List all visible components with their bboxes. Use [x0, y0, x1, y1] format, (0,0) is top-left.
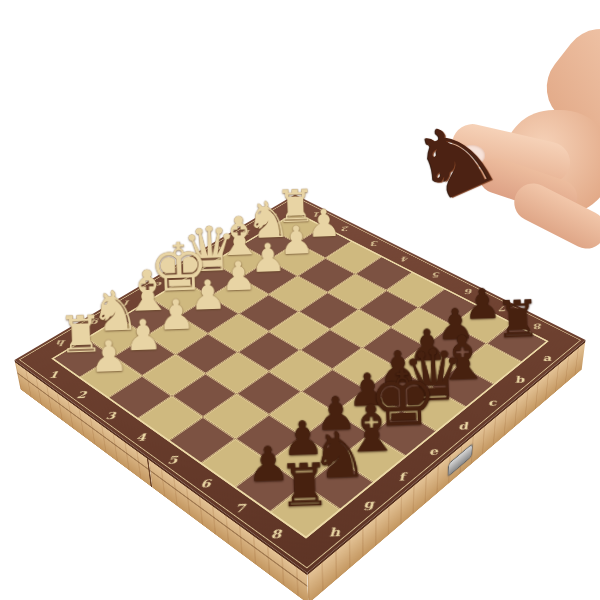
file-label-b-far: b — [225, 220, 269, 245]
rank-label-text: 5 — [168, 454, 179, 466]
square-c4 — [299, 292, 359, 329]
file-label-c-far: c — [196, 236, 241, 262]
file-label-d-far: d — [166, 253, 212, 280]
file-label-text: c — [215, 245, 222, 253]
square-d4 — [269, 312, 330, 350]
square-c5 — [330, 310, 391, 348]
piece-white-pawn-c2: ♟ — [234, 205, 302, 278]
file-label-a-far: a — [253, 204, 296, 228]
file-label-text: h — [56, 338, 66, 347]
rank-label-text: 1 — [313, 211, 321, 218]
chess-board: 12345678aabbccddeeffgghh12345678♜♝♛♚♝♞♜♟… — [15, 195, 586, 573]
square-d2 — [210, 278, 269, 314]
product-photo: 12345678aabbccddeeffgghh12345678♜♝♛♚♝♞♜♟… — [0, 0, 600, 600]
rank-label-text: 8 — [271, 527, 282, 541]
rank-label-text: 7 — [235, 502, 246, 515]
file-label-text: g — [90, 318, 100, 327]
rank-label-text: 3 — [371, 240, 379, 247]
rank-label-text: 4 — [401, 255, 410, 263]
piece-white-pawn-a2: ♟ — [291, 172, 356, 242]
square-b3 — [298, 258, 356, 292]
rank-label-text: 6 — [464, 287, 474, 295]
file-label-text: d — [185, 262, 193, 270]
rank-label-text: 3 — [106, 410, 117, 421]
file-label-text: h — [329, 525, 341, 539]
square-e2 — [179, 297, 239, 334]
rank-label-8-far: 8 — [513, 311, 564, 341]
file-label-text: e — [428, 445, 439, 457]
rank-label-6-far: 6 — [445, 277, 493, 305]
file-label-text: f — [124, 299, 130, 307]
file-label-g-far: g — [70, 308, 119, 338]
file-label-text: d — [458, 420, 470, 431]
square-b4 — [328, 274, 387, 310]
file-label-text: b — [243, 228, 251, 235]
file-label-text: e — [155, 280, 163, 288]
square-d5 — [300, 329, 362, 369]
square-e3 — [208, 314, 269, 352]
rank-label-1-far: 1 — [296, 203, 339, 227]
piece-black-pawn-c7: ♟ — [389, 287, 463, 367]
rank-label-5-far: 5 — [413, 261, 460, 288]
file-label-text: b — [514, 374, 526, 385]
box-side-left — [15, 360, 309, 600]
piece-white-pawn-d2: ♟ — [204, 222, 273, 296]
file-label-e-far: e — [135, 271, 182, 299]
rank-label-3-far: 3 — [352, 231, 397, 256]
square-b6 — [391, 307, 452, 345]
piece-black-rook-a8: ♜ — [481, 265, 554, 344]
file-label-text: g — [364, 497, 376, 510]
piece-black-pawn-b7: ♟ — [418, 267, 491, 346]
frame-corner — [280, 195, 312, 212]
rank-label-2-far: 2 — [323, 217, 367, 241]
rank-label-text: 6 — [201, 477, 212, 490]
square-d3 — [239, 294, 299, 331]
scene-3d: 12345678aabbccddeeffgghh12345678♜♝♛♚♝♞♜♟… — [0, 0, 600, 600]
rank-label-text: 2 — [342, 225, 350, 232]
file-label-text: c — [487, 397, 498, 408]
square-c2 — [240, 260, 298, 294]
piece-white-bishop-f1: ♝ — [112, 242, 182, 318]
file-label-text: a — [271, 212, 278, 219]
rank-label-text: 7 — [498, 304, 508, 313]
file-label-f-far: f — [103, 289, 151, 318]
piece-white-pawn-e2: ♟ — [172, 240, 242, 316]
piece-white-pawn-g2: ♟ — [106, 278, 179, 357]
rank-label-7-far: 7 — [478, 294, 528, 323]
piece-black-pawn-a7: ♟ — [446, 248, 518, 325]
square-b5 — [359, 290, 419, 327]
square-c3 — [269, 276, 328, 312]
rank-label-text: 8 — [533, 322, 544, 331]
file-label-text: f — [398, 471, 406, 483]
rank-label-text: 4 — [136, 432, 147, 444]
rank-label-text: 1 — [49, 370, 60, 380]
file-label-text: a — [541, 352, 552, 362]
piece-white-pawn-b2: ♟ — [263, 188, 329, 260]
board-tilt-wrapper: 12345678aabbccddeeffgghh12345678♜♝♛♚♝♞♜♟… — [0, 0, 600, 600]
piece-white-pawn-f2: ♟ — [140, 259, 212, 336]
rank-label-4-far: 4 — [382, 246, 428, 272]
file-label-h-far: h — [36, 327, 86, 358]
square-f2 — [147, 316, 208, 355]
rank-label-text: 2 — [77, 389, 88, 400]
rank-label-text: 5 — [432, 271, 441, 279]
square-b2 — [269, 243, 326, 276]
